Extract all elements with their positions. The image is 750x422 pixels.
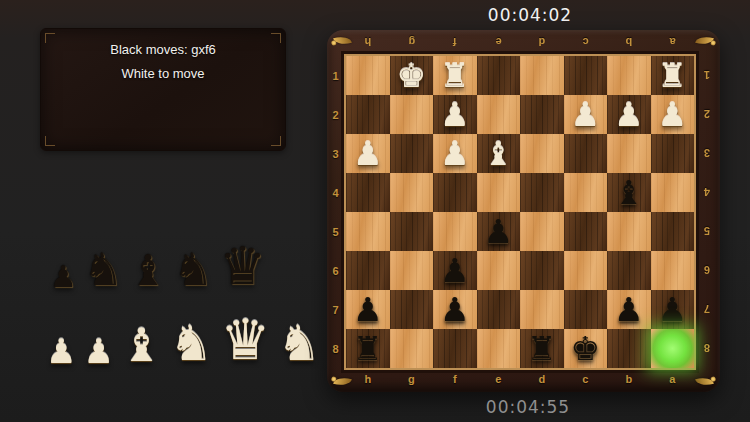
square-h7[interactable]: ♟ [346,290,390,329]
captured-white-pieces-tray: ♟♟♝♞♛♞ [46,302,321,368]
piece-white-pawn: ♟ [353,134,383,173]
captured-white-pawn: ♟ [46,334,76,368]
file-label-d: d [520,370,564,388]
rank-label-5: 5 [327,212,344,251]
square-f5[interactable] [433,212,477,251]
captured-black-queen: ♛ [219,240,266,292]
square-e7[interactable] [477,290,521,329]
rank-label-2: 2 [694,95,720,134]
opponent-clock: 00:04:02 [420,5,640,25]
captured-white-knight: ♞ [277,319,321,368]
square-e6[interactable] [477,251,521,290]
square-f1[interactable]: ♜ [433,56,477,95]
rank-label-7: 7 [327,290,344,329]
square-a3[interactable] [651,134,695,173]
chess-board: ♚♜♜♟♟♟♟♟♟♝♝♟♟♟♟♟♟♜♜♚ [346,56,694,368]
piece-white-pawn: ♟ [614,95,644,134]
rank-label-6: 6 [694,251,720,290]
captured-black-bishop: ♝ [129,250,167,292]
square-a2[interactable]: ♟ [651,95,695,134]
square-d4[interactable] [520,173,564,212]
square-c8[interactable]: ♚ [564,329,608,368]
square-g2[interactable] [390,95,434,134]
square-c2[interactable]: ♟ [564,95,608,134]
square-a7[interactable]: ♟ [651,290,695,329]
file-labels-bottom: hgfedcba [346,370,694,388]
file-label-a: a [651,370,695,388]
square-f6[interactable]: ♟ [433,251,477,290]
piece-black-rook: ♜ [527,329,557,368]
square-c6[interactable] [564,251,608,290]
captured-white-queen: ♛ [220,312,270,368]
square-e1[interactable] [477,56,521,95]
square-a8[interactable] [651,329,695,368]
file-label-b: b [607,33,651,52]
rank-label-3: 3 [327,134,344,173]
square-c5[interactable] [564,212,608,251]
square-e2[interactable] [477,95,521,134]
square-d7[interactable] [520,290,564,329]
square-b3[interactable] [607,134,651,173]
square-b4[interactable]: ♝ [607,173,651,212]
square-b1[interactable] [607,56,651,95]
captured-white-knight: ♞ [169,319,213,368]
board-frame: hgfedcba hgfedcba 12345678 12345678 ♚♜♜♟… [327,30,720,392]
file-label-c: c [564,33,608,52]
player-clock: 00:04:55 [418,397,638,417]
piece-black-bishop: ♝ [614,173,644,212]
piece-black-pawn: ♟ [483,212,513,251]
rank-label-1: 1 [327,56,344,95]
square-f4[interactable] [433,173,477,212]
square-b8[interactable] [607,329,651,368]
square-h5[interactable] [346,212,390,251]
gold-corner-ornament [695,375,714,388]
square-f3[interactable]: ♟ [433,134,477,173]
piece-black-king: ♚ [570,329,600,368]
captured-white-pawn: ♟ [83,334,113,368]
square-h6[interactable] [346,251,390,290]
piece-white-king: ♚ [396,56,426,95]
square-c1[interactable] [564,56,608,95]
square-a6[interactable] [651,251,695,290]
piece-black-pawn: ♟ [614,290,644,329]
panel-corner-ornament [45,33,55,43]
square-c7[interactable] [564,290,608,329]
square-c3[interactable] [564,134,608,173]
rank-label-3: 3 [694,134,720,173]
panel-corner-ornament [271,136,281,146]
panel-corner-ornament [45,136,55,146]
piece-white-rook: ♜ [440,56,470,95]
square-d5[interactable] [520,212,564,251]
square-f7[interactable]: ♟ [433,290,477,329]
square-g3[interactable] [390,134,434,173]
captured-black-pawn: ♟ [50,262,77,292]
square-b6[interactable] [607,251,651,290]
square-h8[interactable]: ♜ [346,329,390,368]
file-label-d: d [520,33,564,52]
square-a4[interactable] [651,173,695,212]
piece-white-rook: ♜ [657,56,687,95]
move-announcement: Black moves: gxf6 [41,42,285,57]
gold-corner-ornament [695,34,714,47]
captured-black-knight: ♞ [83,247,123,292]
file-label-g: g [390,33,434,52]
rank-label-4: 4 [694,173,720,212]
square-g8[interactable] [390,329,434,368]
square-e5[interactable]: ♟ [477,212,521,251]
square-d1[interactable] [520,56,564,95]
rank-label-2: 2 [327,95,344,134]
file-label-g: g [390,370,434,388]
rank-label-6: 6 [327,251,344,290]
file-label-f: f [433,33,477,52]
file-label-e: e [477,370,521,388]
square-e3[interactable]: ♝ [477,134,521,173]
rank-label-8: 8 [327,329,344,368]
rank-label-7: 7 [694,290,720,329]
square-a1[interactable]: ♜ [651,56,695,95]
square-d2[interactable] [520,95,564,134]
rank-label-1: 1 [694,56,720,95]
file-label-e: e [477,33,521,52]
rank-label-5: 5 [694,212,720,251]
square-g5[interactable] [390,212,434,251]
rank-label-8: 8 [694,329,720,368]
file-label-a: a [651,33,695,52]
square-d8[interactable]: ♜ [520,329,564,368]
piece-white-pawn: ♟ [657,95,687,134]
square-h1[interactable] [346,56,390,95]
file-label-h: h [346,33,390,52]
square-c4[interactable] [564,173,608,212]
captured-black-pieces-tray: ♟♞♝♞♛ [50,238,266,292]
square-h2[interactable] [346,95,390,134]
square-f2[interactable]: ♟ [433,95,477,134]
captured-white-bishop: ♝ [121,322,162,368]
square-e4[interactable] [477,173,521,212]
file-label-b: b [607,370,651,388]
square-a5[interactable] [651,212,695,251]
move-announcement-panel: Black moves: gxf6 White to move [40,28,286,151]
piece-black-pawn: ♟ [440,290,470,329]
rank-labels-right: 12345678 [694,56,720,368]
piece-black-pawn: ♟ [353,290,383,329]
piece-white-pawn: ♟ [440,95,470,134]
file-label-h: h [346,370,390,388]
rank-labels-left: 12345678 [327,56,344,368]
square-h4[interactable] [346,173,390,212]
square-g6[interactable] [390,251,434,290]
square-d6[interactable] [520,251,564,290]
panel-corner-ornament [271,33,281,43]
square-f8[interactable] [433,329,477,368]
square-b7[interactable]: ♟ [607,290,651,329]
square-e8[interactable] [477,329,521,368]
piece-white-bishop: ♝ [483,134,513,173]
square-b5[interactable] [607,212,651,251]
square-h3[interactable]: ♟ [346,134,390,173]
rank-label-4: 4 [327,173,344,212]
file-labels-top: hgfedcba [346,33,694,52]
board-field: ♚♜♜♟♟♟♟♟♟♝♝♟♟♟♟♟♟♜♜♚ [344,54,696,370]
square-g1[interactable]: ♚ [390,56,434,95]
square-g7[interactable] [390,290,434,329]
piece-white-pawn: ♟ [440,134,470,173]
piece-black-pawn: ♟ [440,251,470,290]
file-label-c: c [564,370,608,388]
turn-status: White to move [41,66,285,81]
piece-white-pawn: ♟ [570,95,600,134]
piece-black-pawn: ♟ [657,290,687,329]
file-label-f: f [433,370,477,388]
captured-black-knight: ♞ [173,247,213,292]
square-d3[interactable] [520,134,564,173]
square-b2[interactable]: ♟ [607,95,651,134]
piece-black-rook: ♜ [353,329,383,368]
square-g4[interactable] [390,173,434,212]
